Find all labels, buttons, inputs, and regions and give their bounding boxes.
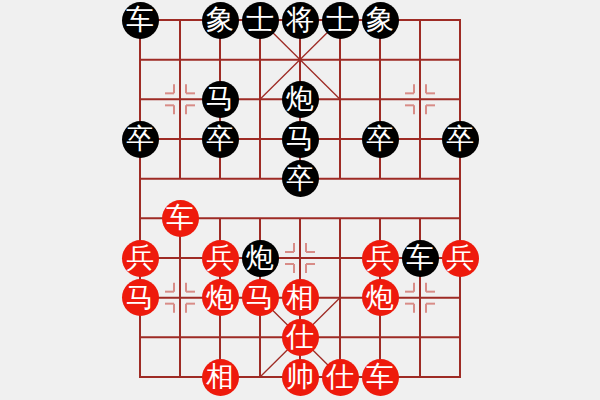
xiangqi-board: 车象士将士象马炮卒卒马卒卒卒车兵兵炮兵车兵马炮马相炮仕相帅仕车 — [0, 0, 600, 400]
piece-black-horse[interactable]: 马 — [282, 121, 319, 158]
piece-black-soldier[interactable]: 卒 — [122, 121, 159, 158]
piece-black-cannon[interactable]: 炮 — [242, 240, 279, 277]
piece-red-elephant[interactable]: 相 — [202, 359, 239, 396]
piece-red-advisor[interactable]: 仕 — [322, 359, 359, 396]
piece-black-chariot[interactable]: 车 — [122, 2, 159, 39]
piece-red-horse[interactable]: 马 — [242, 279, 279, 316]
piece-black-advisor[interactable]: 士 — [242, 2, 279, 39]
piece-black-horse[interactable]: 马 — [202, 81, 239, 118]
piece-red-chariot[interactable]: 车 — [162, 200, 199, 237]
piece-red-cannon[interactable]: 炮 — [202, 279, 239, 316]
piece-red-elephant[interactable]: 相 — [282, 279, 319, 316]
piece-black-soldier[interactable]: 卒 — [442, 121, 479, 158]
piece-red-soldier[interactable]: 兵 — [202, 240, 239, 277]
piece-red-soldier[interactable]: 兵 — [362, 240, 399, 277]
piece-red-general[interactable]: 帅 — [282, 359, 319, 396]
xiangqi-screenshot: 车象士将士象马炮卒卒马卒卒卒车兵兵炮兵车兵马炮马相炮仕相帅仕车 — [0, 0, 600, 400]
piece-black-cannon[interactable]: 炮 — [282, 81, 319, 118]
piece-black-soldier[interactable]: 卒 — [282, 160, 319, 197]
piece-black-soldier[interactable]: 卒 — [202, 121, 239, 158]
piece-black-general[interactable]: 将 — [282, 2, 319, 39]
piece-red-soldier[interactable]: 兵 — [122, 240, 159, 277]
piece-red-cannon[interactable]: 炮 — [362, 279, 399, 316]
piece-black-elephant[interactable]: 象 — [202, 2, 239, 39]
piece-black-advisor[interactable]: 士 — [322, 2, 359, 39]
piece-red-advisor[interactable]: 仕 — [282, 319, 319, 356]
piece-red-chariot[interactable]: 车 — [362, 359, 399, 396]
piece-black-chariot[interactable]: 车 — [402, 240, 439, 277]
piece-black-elephant[interactable]: 象 — [362, 2, 399, 39]
piece-red-soldier[interactable]: 兵 — [442, 240, 479, 277]
piece-red-horse[interactable]: 马 — [122, 279, 159, 316]
piece-black-soldier[interactable]: 卒 — [362, 121, 399, 158]
